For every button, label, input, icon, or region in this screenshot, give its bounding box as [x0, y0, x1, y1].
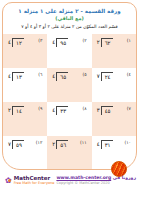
dividend: ١٢: [12, 38, 24, 47]
division-problem: ٤٦٥: [52, 72, 68, 81]
problem-cell-2: (٢ ٤٩٥: [47, 34, 91, 68]
dividend: ٢٤: [101, 72, 113, 81]
problem-number: (٧: [127, 106, 131, 112]
worksheet-subtitle: (مع الباقي): [3, 15, 136, 21]
problem-cell-4: (٤ ٧٢٤: [92, 68, 136, 102]
problem-cell-9: (٩ ٢١٤: [3, 102, 47, 136]
page-title: ورقة القسمة - ٢ منزلة على ١ منزلة ١: [3, 8, 136, 15]
problems-grid: (١ ٢٦٢ (٢ ٤٩٥ (٣ ٤١٢ (٤ ٧٢٤ (٥ ٤٦٥ (٦ ٤١…: [3, 34, 136, 170]
division-problem: ٧٥٩: [8, 140, 24, 149]
dividend: ٣١: [101, 140, 113, 149]
problem-cell-11: (١١ ٢٥٦: [47, 136, 91, 170]
problem-cell-1: (١ ٢٦٢: [92, 34, 136, 68]
worksheet-card: ورقة القسمة - ٢ منزلة على ١ منزلة ١ (مع …: [2, 2, 137, 170]
problem-number: (٨: [82, 106, 86, 112]
flower-logo-icon: ✿: [5, 176, 12, 185]
dividend: ٤٥: [101, 106, 113, 115]
problem-cell-6: (٦ ٤١٣: [3, 68, 47, 102]
dividend: ٦٥: [56, 72, 68, 81]
dividend: ٣٣: [56, 106, 68, 115]
division-problem: ٢٥٦: [52, 140, 68, 149]
dividend: ٦٢: [101, 38, 113, 47]
division-problem: ٤٩٥: [52, 38, 68, 47]
problem-cell-5: (٥ ٤٦٥: [47, 68, 91, 102]
problem-number: (٢: [82, 38, 86, 44]
dividend: ١٤: [12, 106, 24, 115]
division-problem: ٢١٤: [8, 106, 24, 115]
problem-number: (١١: [80, 140, 87, 146]
worksheet-page: ورقة القسمة - ٢ منزلة على ١ منزلة ١ (مع …: [0, 0, 141, 200]
problem-cell-12: (١٢ ٧٥٩: [3, 136, 47, 170]
problem-cell-3: (٣ ٤١٢: [3, 34, 47, 68]
problem-cell-8: (٨ ٤٣٣: [47, 102, 91, 136]
problem-cell-7: (٧ ٣٤٥: [92, 102, 136, 136]
mathcenter-logo: ✿ MathCenter Free Math for Everyone: [5, 175, 55, 185]
dividend: ١٣: [12, 72, 24, 81]
dividend: ٩٥: [56, 38, 68, 47]
division-problem: ٤١٢: [8, 38, 24, 47]
copyright-text: Copyright © MathCenter 2020: [56, 181, 109, 186]
dividend: ٥٩: [12, 140, 24, 149]
problem-number: (١٠: [124, 140, 131, 146]
division-problem: ٤٣١: [97, 140, 113, 149]
division-problem: ٣٤٥: [97, 106, 113, 115]
problem-number: (٥: [82, 72, 86, 78]
problem-number: (٦: [38, 72, 42, 78]
division-problem: ٢٦٢: [97, 38, 113, 47]
problem-number: (١٢: [36, 140, 43, 146]
problem-number: (٤: [127, 72, 131, 78]
brand-tagline: Free Math for Everyone: [14, 181, 55, 185]
page-footer: ✿ MathCenter Free Math for Everyone زورو…: [0, 172, 141, 198]
division-problem: ٤٣٣: [52, 106, 68, 115]
dividend: ٥٦: [56, 140, 68, 149]
site-url[interactable]: www.math-center.org: [56, 175, 111, 180]
problem-number: (٩: [38, 106, 42, 112]
worksheet-header: ورقة القسمة - ٢ منزلة على ١ منزلة ١ (مع …: [3, 3, 136, 30]
worksheet-instruction: قسّم العدد المكوّن من ٢ منزلة على ٢ أو ٣…: [3, 24, 136, 30]
problem-number: (١: [127, 38, 131, 44]
division-problem: ٤١٣: [8, 72, 24, 81]
problem-number: (٣: [38, 38, 42, 44]
site-links: زورونا في www.math-center.org Copyright …: [56, 175, 136, 186]
division-problem: ٧٢٤: [97, 72, 113, 81]
visit-text: زورونا في: [113, 175, 136, 180]
